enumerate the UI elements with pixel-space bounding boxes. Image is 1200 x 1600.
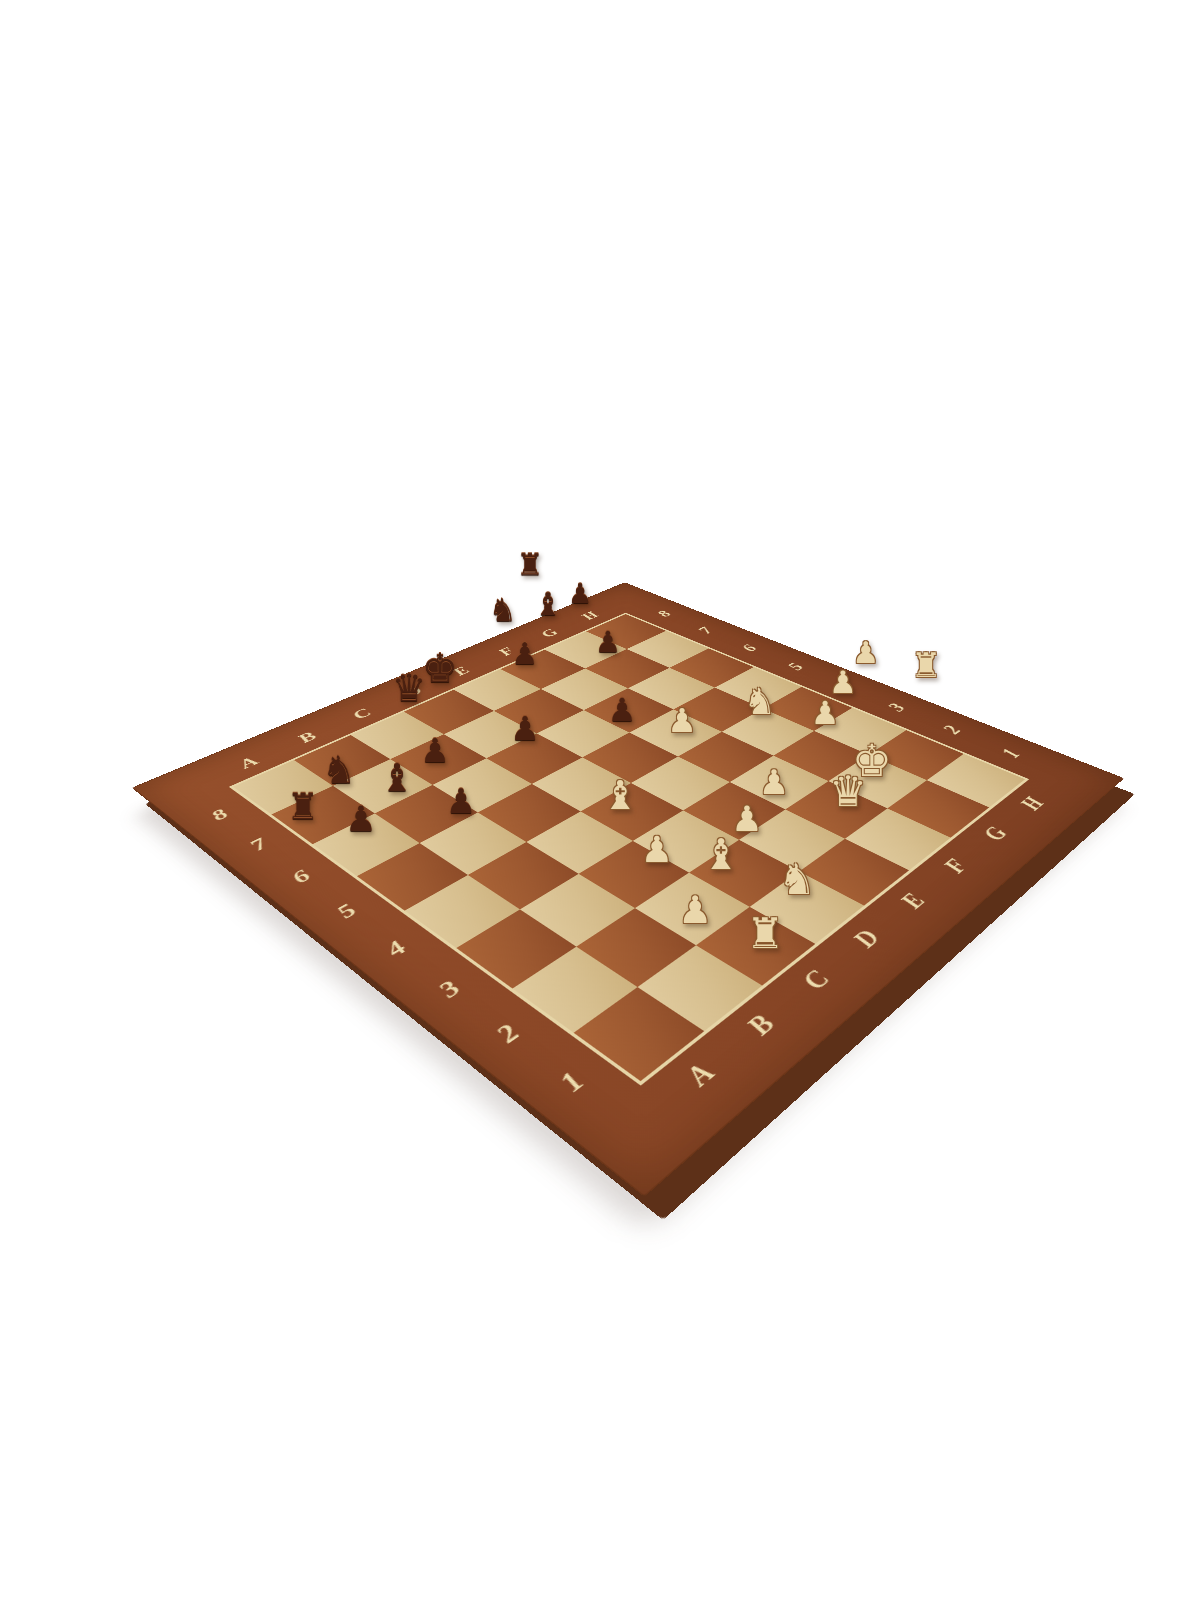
- white-pawn-h2: ♟: [853, 638, 880, 668]
- white-bishop-b2: ♝: [702, 834, 740, 876]
- black-queen-d8: ♛: [392, 669, 426, 707]
- black-pawn-b6: ♟: [446, 784, 476, 818]
- black-rook-a8: ♜: [287, 789, 319, 825]
- white-rook-h1: ♜: [911, 648, 941, 682]
- black-pawn-a7: ♟: [345, 802, 376, 837]
- white-pawn-f2: ♟: [811, 697, 840, 729]
- white-pawn-c2: ♟: [731, 802, 762, 837]
- black-pawn-c7: ♟: [420, 734, 450, 767]
- black-bishop-b7: ♝: [380, 759, 414, 797]
- black-knight-g8: ♞: [489, 595, 517, 626]
- pieces-layer: ♜♞♝♟♟♟♛♚♟♟♟♝♟♞♟♜♟♜♞♝♟♟♟♝♟♞♟♟♟♛♚♜: [0, 0, 1200, 1600]
- white-knight-b1: ♞: [778, 859, 816, 901]
- black-bishop-g7: ♝: [534, 589, 562, 620]
- white-knight-f3: ♞: [744, 684, 776, 720]
- black-knight-b8: ♞: [322, 751, 356, 789]
- white-pawn-e4: ♟: [667, 704, 697, 737]
- black-king-e8: ♚: [422, 648, 458, 688]
- black-pawn-d6: ♟: [510, 712, 540, 745]
- white-pawn-g2: ♟: [829, 667, 857, 698]
- white-king-f1: ♚: [852, 739, 891, 783]
- product-photo-chessboard: { "game": "chess", "position": { "fen": …: [0, 0, 1200, 1600]
- white-pawn-a2: ♟: [678, 891, 712, 929]
- black-pawn-f7: ♟: [512, 639, 539, 669]
- white-rook-a1: ♜: [746, 913, 784, 955]
- black-pawn-h7: ♟: [568, 580, 592, 607]
- black-rook-h8: ♜: [517, 550, 544, 580]
- white-pawn-d2: ♟: [759, 765, 789, 799]
- white-bishop-c4: ♝: [602, 775, 638, 815]
- white-pawn-b3: ♟: [641, 832, 673, 868]
- black-pawn-g6: ♟: [595, 628, 621, 657]
- black-pawn-e5: ♟: [608, 694, 637, 726]
